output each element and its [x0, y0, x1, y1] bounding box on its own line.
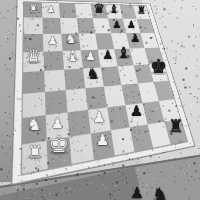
square-d3: [63, 50, 83, 69]
square-c1: [23, 34, 43, 52]
square-d2: [44, 51, 65, 71]
square-b1: [24, 17, 43, 34]
square-h1: [22, 141, 48, 174]
square-e1: [23, 71, 45, 94]
square-e2: [44, 70, 65, 92]
square-a1: [24, 2, 43, 18]
chessboard-photo: ········ ♜♟♟♞♛♝♟♞♟♟♜♚♟♛♝♜♟♟♟♟♝♞♚♟♜♟♞: [0, 0, 200, 200]
square-e3: [64, 69, 85, 91]
square-f1: [23, 92, 46, 118]
square-g3: [67, 110, 90, 137]
square-f3: [66, 88, 88, 112]
square-a3: [59, 3, 77, 18]
square-h3: [69, 134, 94, 165]
square-c3: [61, 34, 80, 51]
square-f2: [45, 90, 68, 115]
square-b3: [60, 18, 79, 34]
square-d1: [23, 52, 44, 73]
square-a2: [42, 3, 60, 18]
square-c2: [43, 34, 63, 52]
square-h2: [47, 137, 72, 169]
square-b2: [42, 18, 61, 34]
